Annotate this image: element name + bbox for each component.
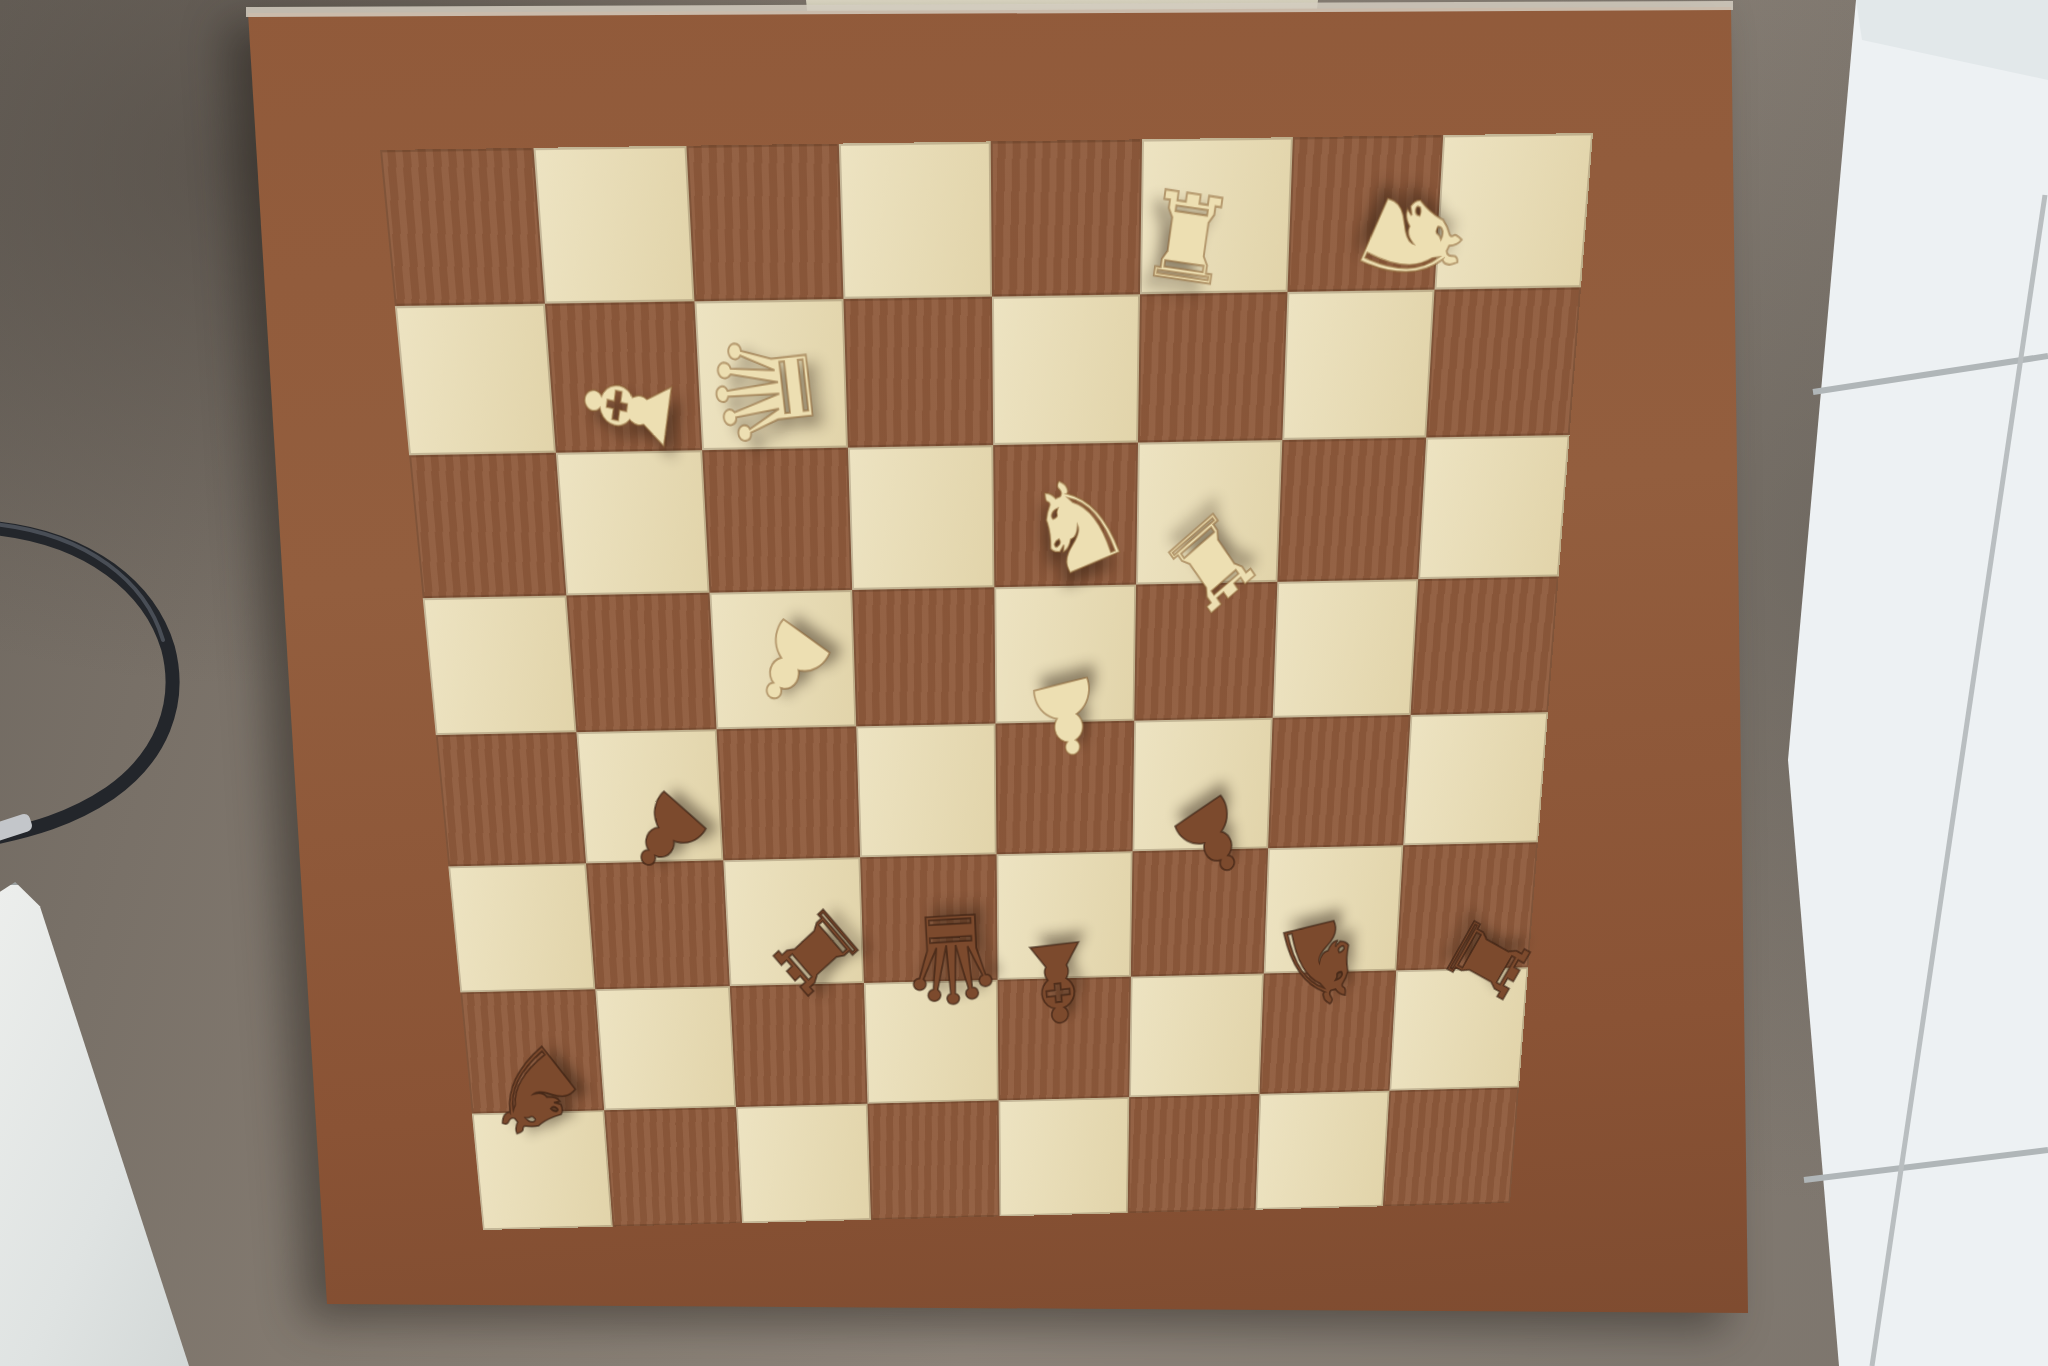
square-h4[interactable] bbox=[1403, 712, 1548, 845]
square-d8[interactable] bbox=[839, 141, 992, 299]
piece-white-rook-f8[interactable]: ♜ bbox=[1135, 173, 1242, 304]
piece-black-queen-d3[interactable]: ♛ bbox=[896, 894, 1006, 1021]
square-d1[interactable] bbox=[867, 1100, 999, 1219]
square-d7[interactable] bbox=[843, 297, 993, 448]
square-c6[interactable] bbox=[702, 448, 852, 593]
board-grid: ♜♞♝♛♞♜♟♟♟♟♜♛♝♞♜♞ bbox=[380, 133, 1593, 1230]
square-d4[interactable] bbox=[856, 724, 996, 858]
square-d5[interactable] bbox=[852, 587, 995, 726]
square-a7[interactable] bbox=[395, 304, 556, 456]
square-a8[interactable] bbox=[380, 148, 545, 306]
piece-white-pawn-e5[interactable]: ♟ bbox=[1017, 658, 1116, 774]
square-f2[interactable] bbox=[1129, 974, 1263, 1098]
square-f7[interactable] bbox=[1138, 292, 1287, 443]
square-c1[interactable] bbox=[736, 1104, 871, 1224]
square-b2[interactable] bbox=[595, 986, 736, 1110]
square-h1[interactable] bbox=[1383, 1087, 1519, 1206]
square-a5[interactable] bbox=[423, 595, 577, 735]
chess-board: ♜♞♝♛♞♜♟♟♟♟♜♛♝♞♜♞ bbox=[0, 0, 2048, 1366]
square-b8[interactable] bbox=[533, 146, 694, 304]
square-a6[interactable] bbox=[409, 453, 566, 598]
piece-white-bishop-b7[interactable]: ♝ bbox=[565, 338, 693, 476]
square-b5[interactable] bbox=[566, 593, 716, 732]
square-g6[interactable] bbox=[1277, 438, 1426, 582]
square-a4[interactable] bbox=[436, 732, 586, 866]
square-h6[interactable] bbox=[1418, 435, 1569, 579]
square-c4[interactable] bbox=[717, 726, 861, 860]
scene: ♜♞♝♛♞♜♟♟♟♟♜♛♝♞♜♞ bbox=[0, 0, 2048, 1366]
square-a3[interactable] bbox=[448, 863, 595, 992]
square-g5[interactable] bbox=[1273, 579, 1419, 718]
square-b1[interactable] bbox=[604, 1107, 742, 1227]
square-e7[interactable] bbox=[992, 294, 1140, 445]
square-d6[interactable] bbox=[848, 445, 994, 590]
piece-black-knight-g3[interactable]: ♞ bbox=[1264, 897, 1376, 1028]
square-f1[interactable] bbox=[1128, 1094, 1260, 1213]
square-g1[interactable] bbox=[1256, 1091, 1390, 1210]
piece-white-queen-c7[interactable]: ♛ bbox=[693, 317, 835, 461]
square-h5[interactable] bbox=[1411, 576, 1559, 714]
square-g4[interactable] bbox=[1268, 715, 1410, 848]
piece-black-bishop-e3[interactable]: ♝ bbox=[1006, 923, 1107, 1040]
square-e1[interactable] bbox=[999, 1097, 1130, 1216]
square-c8[interactable] bbox=[686, 144, 843, 302]
square-e8[interactable] bbox=[991, 139, 1142, 296]
